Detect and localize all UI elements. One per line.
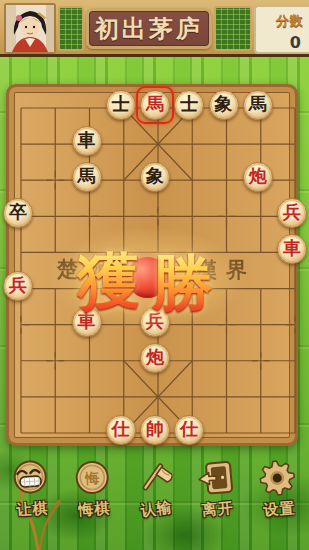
piece-glyph: 車 xyxy=(78,131,96,149)
piece-red-炮[interactable]: 炮 xyxy=(140,343,170,373)
svg-text:悔: 悔 xyxy=(83,470,99,487)
piece-glyph: 兵 xyxy=(9,276,27,294)
leave-button[interactable]: 离开 xyxy=(185,456,248,522)
bamboo-deco-panel-right xyxy=(214,6,252,51)
piece-glyph: 馬 xyxy=(78,167,96,185)
piece-glyph: 兵 xyxy=(283,203,301,221)
piece-glyph: 仕 xyxy=(180,420,198,438)
piece-glyph: 象 xyxy=(146,167,164,185)
undo-move-button[interactable]: 悔 悔棋 xyxy=(62,456,124,521)
piece-red-馬[interactable]: 馬 xyxy=(140,90,170,120)
piece-glyph: 仕 xyxy=(112,420,130,438)
piece-red-帥[interactable]: 帥 xyxy=(140,415,170,445)
victory-banner-char-huo: 獲 xyxy=(77,239,140,325)
score-label: 分数 xyxy=(276,12,304,30)
level-title: 初出茅庐 xyxy=(95,13,203,45)
score-panel: 分数 0 xyxy=(254,5,309,54)
piece-glyph: 卒 xyxy=(9,203,27,221)
xiangqi-app: 初出茅庐 分数 0 楚 河 漢 界 士馬士象馬車馬象炮卒兵車兵車兵炮仕帥仕 獲 … xyxy=(0,0,309,550)
undo-piece-icon: 悔 xyxy=(71,457,114,500)
resign-button[interactable]: 认输 xyxy=(122,455,187,523)
leave-button-label: 离开 xyxy=(201,499,235,521)
piece-red-兵[interactable]: 兵 xyxy=(3,271,33,301)
piece-glyph: 車 xyxy=(283,239,301,257)
piece-glyph: 士 xyxy=(112,95,130,113)
yield-button[interactable]: 让棋 xyxy=(0,456,62,521)
piece-black-車[interactable]: 車 xyxy=(72,126,102,156)
yield-button-label: 让棋 xyxy=(16,499,49,520)
level-title-plaque: 初出茅庐 xyxy=(86,8,212,49)
resign-button-label: 认输 xyxy=(140,498,174,521)
exit-door-icon xyxy=(194,456,237,499)
settings-button-label: 设置 xyxy=(263,499,296,520)
score-value: 0 xyxy=(290,33,301,52)
piece-glyph: 炮 xyxy=(249,167,267,185)
smiley-icon xyxy=(9,457,52,500)
piece-black-象[interactable]: 象 xyxy=(209,90,239,120)
bamboo-deco-panel-left xyxy=(58,6,84,51)
toolbar: 让棋 悔 悔棋 认输 xyxy=(0,458,309,530)
piece-red-仕[interactable]: 仕 xyxy=(106,415,136,445)
settings-button[interactable]: 设置 xyxy=(247,456,309,521)
white-flag-icon xyxy=(131,456,176,501)
piece-glyph: 馬 xyxy=(146,95,164,113)
player-avatar xyxy=(4,3,56,54)
undo-move-button-label: 悔棋 xyxy=(78,499,111,520)
piece-glyph: 象 xyxy=(215,95,233,113)
piece-glyph: 士 xyxy=(180,95,198,113)
piece-glyph: 馬 xyxy=(249,95,267,113)
victory-banner-char-sheng: 勝 xyxy=(152,243,213,325)
gear-icon xyxy=(256,457,299,500)
piece-red-炮[interactable]: 炮 xyxy=(243,162,273,192)
piece-black-馬[interactable]: 馬 xyxy=(72,162,102,192)
piece-black-馬[interactable]: 馬 xyxy=(243,90,273,120)
piece-black-士[interactable]: 士 xyxy=(106,90,136,120)
avatar-illustration xyxy=(6,5,54,52)
piece-glyph: 帥 xyxy=(146,420,164,438)
piece-glyph: 炮 xyxy=(146,348,164,366)
top-bar: 初出茅庐 分数 0 xyxy=(0,0,309,57)
